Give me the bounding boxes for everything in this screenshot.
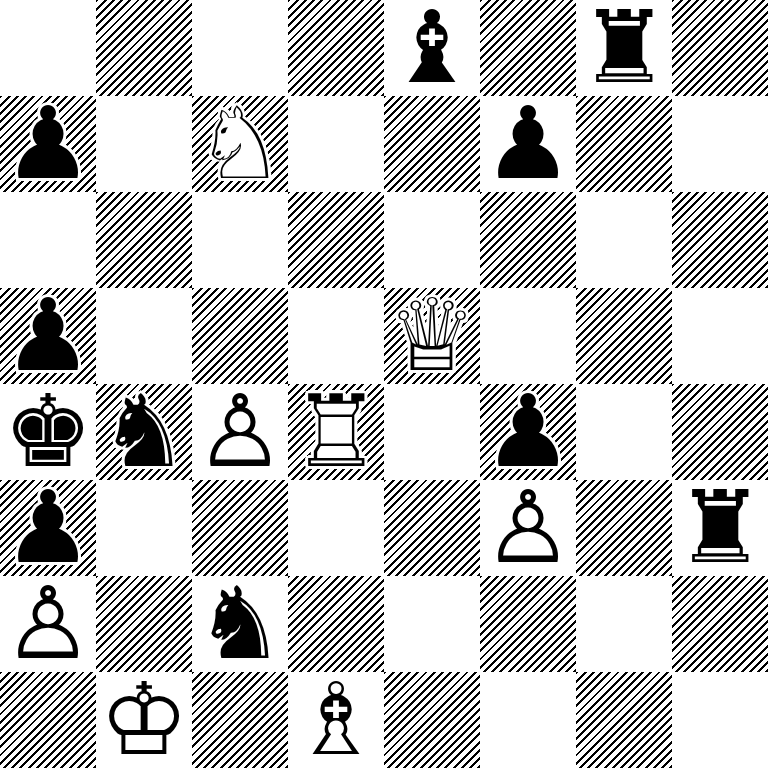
piece-black-pawn: ♟ [480,384,576,480]
square-f2[interactable] [480,576,576,672]
piece-black-rook: ♜ [672,480,768,576]
square-a8[interactable] [0,0,96,96]
square-e4[interactable] [384,384,480,480]
square-a4[interactable]: ♚ [0,384,96,480]
square-f5[interactable] [480,288,576,384]
black-rook-icon: ♜ [672,480,768,576]
square-b1[interactable]: ♚♔ [96,672,192,768]
piece-black-bishop: ♝ [384,0,480,96]
square-g7[interactable] [576,96,672,192]
square-d6[interactable] [288,192,384,288]
piece-white-bishop: ♝♗ [288,672,384,768]
square-b6[interactable] [96,192,192,288]
white-bishop-icon: ♗ [288,672,384,768]
chessboard: ♝♜♟♞♘♟♟♛♕♚♞♟♙♜♖♟♟♟♙♜♟♙♞♚♔♝♗ [0,0,768,768]
black-rook-icon: ♜ [576,0,672,96]
piece-white-knight: ♞♘ [192,96,288,192]
square-b8[interactable] [96,0,192,96]
square-e6[interactable] [384,192,480,288]
white-pawn-icon: ♙ [480,480,576,576]
black-king-icon: ♚ [0,384,96,480]
square-g5[interactable] [576,288,672,384]
black-pawn-icon: ♟ [0,96,96,192]
black-pawn-icon: ♟ [0,480,96,576]
piece-white-rook: ♜♖ [288,384,384,480]
piece-white-pawn: ♟♙ [480,480,576,576]
black-bishop-icon: ♝ [384,0,480,96]
piece-black-pawn: ♟ [0,480,96,576]
square-f8[interactable] [480,0,576,96]
white-pawn-icon: ♙ [0,576,96,672]
square-h7[interactable] [672,96,768,192]
square-c6[interactable] [192,192,288,288]
square-h5[interactable] [672,288,768,384]
square-e7[interactable] [384,96,480,192]
square-h3[interactable]: ♜ [672,480,768,576]
black-pawn-icon: ♟ [480,384,576,480]
square-a3[interactable]: ♟ [0,480,96,576]
black-knight-icon: ♞ [192,576,288,672]
white-queen-icon: ♕ [384,288,480,384]
square-b3[interactable] [96,480,192,576]
square-h6[interactable] [672,192,768,288]
piece-black-king: ♚ [0,384,96,480]
piece-black-rook: ♜ [576,0,672,96]
square-e2[interactable] [384,576,480,672]
square-g8[interactable]: ♜ [576,0,672,96]
square-c5[interactable] [192,288,288,384]
square-a2[interactable]: ♟♙ [0,576,96,672]
square-a5[interactable]: ♟ [0,288,96,384]
square-e5[interactable]: ♛♕ [384,288,480,384]
white-knight-icon: ♘ [192,96,288,192]
square-b2[interactable] [96,576,192,672]
white-king-icon: ♔ [96,672,192,768]
piece-white-pawn: ♟♙ [0,576,96,672]
piece-white-pawn: ♟♙ [192,384,288,480]
square-d3[interactable] [288,480,384,576]
piece-white-king: ♚♔ [96,672,192,768]
square-f1[interactable] [480,672,576,768]
square-b4[interactable]: ♞ [96,384,192,480]
square-f4[interactable]: ♟ [480,384,576,480]
square-h2[interactable] [672,576,768,672]
square-c2[interactable]: ♞ [192,576,288,672]
square-h8[interactable] [672,0,768,96]
square-f3[interactable]: ♟♙ [480,480,576,576]
square-d8[interactable] [288,0,384,96]
square-g3[interactable] [576,480,672,576]
square-d4[interactable]: ♜♖ [288,384,384,480]
piece-black-pawn: ♟ [480,96,576,192]
white-pawn-icon: ♙ [192,384,288,480]
square-g2[interactable] [576,576,672,672]
piece-black-pawn: ♟ [0,96,96,192]
square-a7[interactable]: ♟ [0,96,96,192]
square-c3[interactable] [192,480,288,576]
square-a6[interactable] [0,192,96,288]
black-knight-icon: ♞ [96,384,192,480]
square-e8[interactable]: ♝ [384,0,480,96]
piece-white-queen: ♛♕ [384,288,480,384]
square-e1[interactable] [384,672,480,768]
square-g4[interactable] [576,384,672,480]
square-b7[interactable] [96,96,192,192]
square-f7[interactable]: ♟ [480,96,576,192]
square-g6[interactable] [576,192,672,288]
black-pawn-icon: ♟ [0,288,96,384]
square-c7[interactable]: ♞♘ [192,96,288,192]
square-g1[interactable] [576,672,672,768]
black-pawn-icon: ♟ [480,96,576,192]
square-f6[interactable] [480,192,576,288]
piece-black-knight: ♞ [96,384,192,480]
square-d5[interactable] [288,288,384,384]
square-b5[interactable] [96,288,192,384]
square-c4[interactable]: ♟♙ [192,384,288,480]
square-c1[interactable] [192,672,288,768]
square-d1[interactable]: ♝♗ [288,672,384,768]
square-h4[interactable] [672,384,768,480]
square-d7[interactable] [288,96,384,192]
piece-black-knight: ♞ [192,576,288,672]
square-h1[interactable] [672,672,768,768]
white-rook-icon: ♖ [288,384,384,480]
square-a1[interactable] [0,672,96,768]
square-d2[interactable] [288,576,384,672]
piece-black-pawn: ♟ [0,288,96,384]
square-c8[interactable] [192,0,288,96]
square-e3[interactable] [384,480,480,576]
